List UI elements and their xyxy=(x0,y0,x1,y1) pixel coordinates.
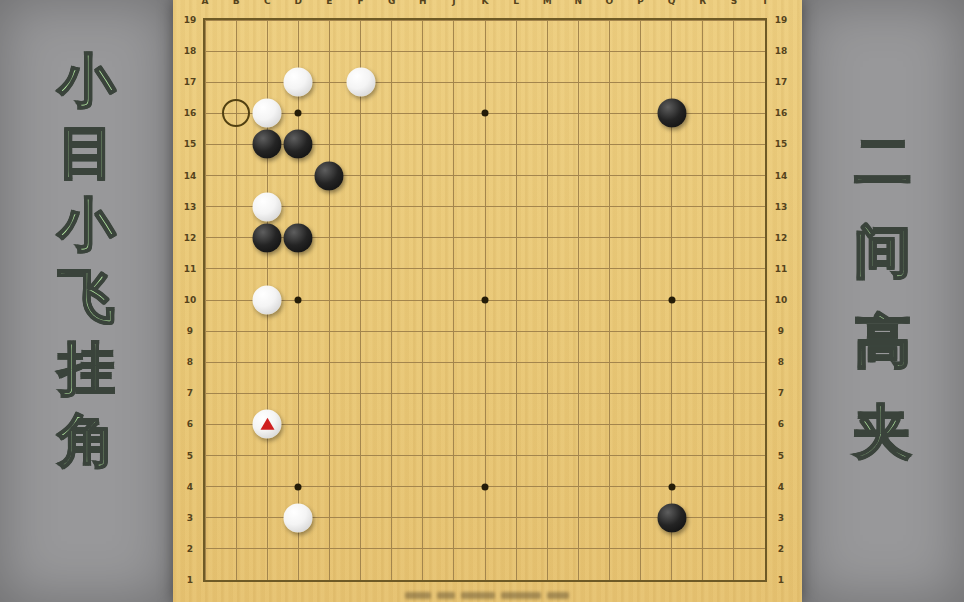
row-label-left-11: 11 xyxy=(184,264,197,274)
column-label-P: P xyxy=(637,0,644,6)
column-label-T: T xyxy=(762,0,768,6)
star-point-K4 xyxy=(482,483,489,490)
star-point-K16 xyxy=(482,110,489,117)
row-label-right-6: 6 xyxy=(778,419,784,429)
star-point-Q10 xyxy=(668,297,675,304)
column-label-S: S xyxy=(731,0,737,6)
row-label-right-9: 9 xyxy=(778,326,784,336)
row-label-right-1: 1 xyxy=(778,575,784,585)
column-label-E: E xyxy=(326,0,332,6)
stone-white-C10[interactable] xyxy=(253,286,282,315)
smudge-mark xyxy=(437,592,455,599)
column-label-G: G xyxy=(388,0,395,6)
caption-char: 间 xyxy=(855,223,912,280)
star-point-D4 xyxy=(295,483,302,490)
star-point-K10 xyxy=(482,297,489,304)
stone-black-D12[interactable] xyxy=(284,223,313,252)
row-label-left-7: 7 xyxy=(187,388,193,398)
go-lesson-frame: 小目小飞挂角 二间高夹 ABCDEFGHJKLMNOPQRST191918181… xyxy=(0,0,964,602)
row-label-left-3: 3 xyxy=(187,513,193,523)
stone-black-E14[interactable] xyxy=(315,161,344,190)
caption-char: 目 xyxy=(58,124,115,181)
column-label-J: J xyxy=(452,0,455,6)
column-label-B: B xyxy=(233,0,240,6)
stone-white-D3[interactable] xyxy=(284,503,313,532)
column-label-F: F xyxy=(357,0,363,6)
caption-char: 挂 xyxy=(58,340,115,397)
column-label-A: A xyxy=(202,0,209,6)
row-label-right-5: 5 xyxy=(778,451,784,461)
caption-char: 角 xyxy=(58,412,115,469)
stone-white-C6[interactable] xyxy=(253,410,282,439)
smudge-mark xyxy=(547,592,569,599)
row-label-right-7: 7 xyxy=(778,388,784,398)
caption-char: 高 xyxy=(855,313,912,370)
row-label-left-1: 1 xyxy=(187,575,193,585)
column-label-O: O xyxy=(606,0,614,6)
caption-char: 夹 xyxy=(855,403,912,460)
right-metal-panel: 二间高夹 xyxy=(802,0,964,602)
caption-char: 飞 xyxy=(58,268,115,325)
row-label-right-2: 2 xyxy=(778,544,784,554)
column-label-N: N xyxy=(575,0,583,6)
row-label-left-10: 10 xyxy=(184,295,197,305)
stone-black-C15[interactable] xyxy=(253,130,282,159)
column-label-M: M xyxy=(543,0,552,6)
row-label-right-15: 15 xyxy=(775,139,788,149)
cutoff-caption-smudge xyxy=(405,592,569,599)
stone-white-C16[interactable] xyxy=(253,99,282,128)
caption-char: 二 xyxy=(855,133,912,190)
row-label-right-18: 18 xyxy=(775,46,788,56)
smudge-mark xyxy=(461,592,495,599)
row-label-right-11: 11 xyxy=(775,264,788,274)
row-label-right-8: 8 xyxy=(778,357,784,367)
row-label-left-17: 17 xyxy=(184,77,197,87)
column-label-L: L xyxy=(513,0,519,6)
row-label-left-2: 2 xyxy=(187,544,193,554)
column-label-R: R xyxy=(699,0,706,6)
row-label-right-13: 13 xyxy=(775,202,788,212)
row-label-right-19: 19 xyxy=(775,15,788,25)
right-caption: 二间高夹 xyxy=(802,133,964,460)
row-label-left-18: 18 xyxy=(184,46,197,56)
row-label-right-4: 4 xyxy=(778,482,784,492)
row-label-right-17: 17 xyxy=(775,77,788,87)
stone-white-C13[interactable] xyxy=(253,192,282,221)
row-label-left-4: 4 xyxy=(187,482,193,492)
circle-marker-B16[interactable] xyxy=(222,99,250,127)
left-caption: 小目小飞挂角 xyxy=(0,52,173,469)
column-label-K: K xyxy=(482,0,489,6)
row-label-left-8: 8 xyxy=(187,357,193,367)
column-label-C: C xyxy=(264,0,271,6)
smudge-mark xyxy=(501,592,541,599)
row-label-left-19: 19 xyxy=(184,15,197,25)
stone-black-Q16[interactable] xyxy=(657,99,686,128)
board-panel: ABCDEFGHJKLMNOPQRST191918181717161615151… xyxy=(173,0,802,602)
stone-black-D15[interactable] xyxy=(284,130,313,159)
row-label-left-15: 15 xyxy=(184,139,197,149)
row-label-left-12: 12 xyxy=(184,233,197,243)
row-label-left-6: 6 xyxy=(187,419,193,429)
caption-char: 小 xyxy=(58,52,115,109)
row-label-left-14: 14 xyxy=(184,171,197,181)
row-label-right-16: 16 xyxy=(775,108,788,118)
column-label-Q: Q xyxy=(668,0,676,6)
star-point-D16 xyxy=(295,110,302,117)
column-label-D: D xyxy=(295,0,302,6)
row-label-right-3: 3 xyxy=(778,513,784,523)
row-label-left-16: 16 xyxy=(184,108,197,118)
stone-white-F17[interactable] xyxy=(346,68,375,97)
left-metal-panel: 小目小飞挂角 xyxy=(0,0,173,602)
stone-white-D17[interactable] xyxy=(284,68,313,97)
star-point-Q4 xyxy=(668,483,675,490)
row-label-right-12: 12 xyxy=(775,233,788,243)
row-label-left-5: 5 xyxy=(187,451,193,461)
row-label-left-9: 9 xyxy=(187,326,193,336)
row-label-right-14: 14 xyxy=(775,171,788,181)
smudge-mark xyxy=(405,592,431,599)
column-label-H: H xyxy=(419,0,427,6)
last-move-triangle-marker xyxy=(260,418,274,430)
row-label-left-13: 13 xyxy=(184,202,197,212)
caption-char: 小 xyxy=(58,196,115,253)
stone-black-C12[interactable] xyxy=(253,223,282,252)
row-label-right-10: 10 xyxy=(775,295,788,305)
stone-black-Q3[interactable] xyxy=(657,503,686,532)
star-point-D10 xyxy=(295,297,302,304)
